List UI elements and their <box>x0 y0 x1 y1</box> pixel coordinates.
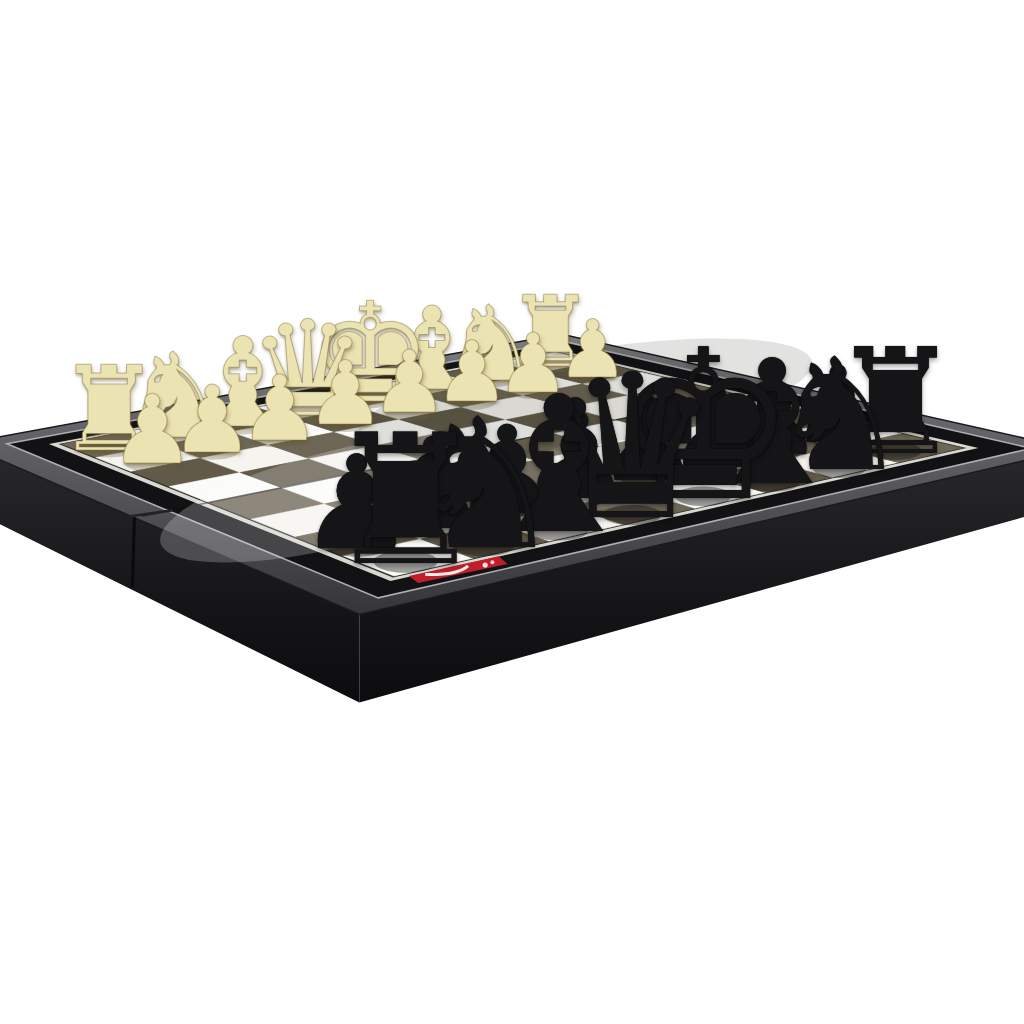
product-photo: ♜♞♝♛♚♝♞♜♟♟♟♟♟♟♟♟♟♟♟♟♟♟♟♟♜♞♝♛♚♝♞♜ <box>0 0 1024 1024</box>
hinge-seam <box>132 518 134 588</box>
chess-board <box>0 0 1024 1024</box>
